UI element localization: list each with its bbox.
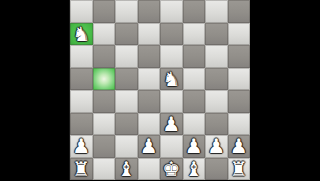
- square-a4[interactable]: [70, 90, 93, 113]
- square-g2[interactable]: ♟: [205, 135, 228, 158]
- square-g7[interactable]: [205, 23, 228, 46]
- square-a6[interactable]: [70, 45, 93, 68]
- square-d1[interactable]: [138, 158, 161, 181]
- square-c4[interactable]: [115, 90, 138, 113]
- square-a1[interactable]: ♜: [70, 158, 93, 181]
- square-b1[interactable]: [93, 158, 116, 181]
- square-e8[interactable]: [160, 0, 183, 23]
- white-knight[interactable]: ♞: [72, 23, 90, 43]
- square-a3[interactable]: [70, 113, 93, 136]
- square-b8[interactable]: [93, 0, 116, 23]
- white-rook[interactable]: ♜: [230, 158, 248, 178]
- white-king[interactable]: ♚: [162, 158, 180, 178]
- square-b4[interactable]: [93, 90, 116, 113]
- square-h7[interactable]: [228, 23, 251, 46]
- white-pawn[interactable]: ♟: [72, 136, 90, 156]
- white-knight[interactable]: ♞: [162, 68, 180, 88]
- square-f4[interactable]: [183, 90, 206, 113]
- letterbox-right: [250, 0, 320, 180]
- square-e7[interactable]: [160, 23, 183, 46]
- square-b6[interactable]: [93, 45, 116, 68]
- letterbox-left: [0, 0, 70, 180]
- square-h3[interactable]: [228, 113, 251, 136]
- square-d6[interactable]: [138, 45, 161, 68]
- square-g5[interactable]: [205, 68, 228, 91]
- square-a2[interactable]: ♟: [70, 135, 93, 158]
- square-b2[interactable]: [93, 135, 116, 158]
- square-c8[interactable]: [115, 0, 138, 23]
- square-f1[interactable]: ♝: [183, 158, 206, 181]
- square-e6[interactable]: [160, 45, 183, 68]
- white-pawn[interactable]: ♟: [207, 136, 225, 156]
- square-h4[interactable]: [228, 90, 251, 113]
- square-c7[interactable]: [115, 23, 138, 46]
- video-frame: ♞♞♟♟♟♟♟♟♜♝♚♝♜: [0, 0, 320, 180]
- square-d5[interactable]: [138, 68, 161, 91]
- square-f8[interactable]: [183, 0, 206, 23]
- square-e3[interactable]: ♟: [160, 113, 183, 136]
- square-d7[interactable]: [138, 23, 161, 46]
- square-f6[interactable]: [183, 45, 206, 68]
- square-a5[interactable]: [70, 68, 93, 91]
- square-f5[interactable]: [183, 68, 206, 91]
- square-e2[interactable]: [160, 135, 183, 158]
- chess-board[interactable]: ♞♞♟♟♟♟♟♟♜♝♚♝♜: [70, 0, 250, 180]
- square-g4[interactable]: [205, 90, 228, 113]
- square-h5[interactable]: [228, 68, 251, 91]
- square-b5[interactable]: [93, 68, 116, 91]
- white-pawn[interactable]: ♟: [185, 136, 203, 156]
- square-h8[interactable]: [228, 0, 251, 23]
- square-b7[interactable]: [93, 23, 116, 46]
- square-h2[interactable]: ♟: [228, 135, 251, 158]
- square-c3[interactable]: [115, 113, 138, 136]
- square-e1[interactable]: ♚: [160, 158, 183, 181]
- square-c1[interactable]: ♝: [115, 158, 138, 181]
- square-g8[interactable]: [205, 0, 228, 23]
- square-c5[interactable]: [115, 68, 138, 91]
- white-pawn[interactable]: ♟: [230, 136, 248, 156]
- white-bishop[interactable]: ♝: [185, 158, 203, 178]
- square-h1[interactable]: ♜: [228, 158, 251, 181]
- square-d3[interactable]: [138, 113, 161, 136]
- square-a8[interactable]: [70, 0, 93, 23]
- square-d8[interactable]: [138, 0, 161, 23]
- square-f7[interactable]: [183, 23, 206, 46]
- square-d4[interactable]: [138, 90, 161, 113]
- square-f3[interactable]: [183, 113, 206, 136]
- square-e4[interactable]: [160, 90, 183, 113]
- white-bishop[interactable]: ♝: [117, 158, 135, 178]
- square-b3[interactable]: [93, 113, 116, 136]
- square-h6[interactable]: [228, 45, 251, 68]
- square-e5[interactable]: ♞: [160, 68, 183, 91]
- square-g1[interactable]: [205, 158, 228, 181]
- square-g3[interactable]: [205, 113, 228, 136]
- square-f2[interactable]: ♟: [183, 135, 206, 158]
- square-g6[interactable]: [205, 45, 228, 68]
- white-pawn[interactable]: ♟: [162, 113, 180, 133]
- square-d2[interactable]: ♟: [138, 135, 161, 158]
- square-c6[interactable]: [115, 45, 138, 68]
- square-c2[interactable]: [115, 135, 138, 158]
- square-a7[interactable]: ♞: [70, 23, 93, 46]
- white-rook[interactable]: ♜: [72, 158, 90, 178]
- white-pawn[interactable]: ♟: [140, 136, 158, 156]
